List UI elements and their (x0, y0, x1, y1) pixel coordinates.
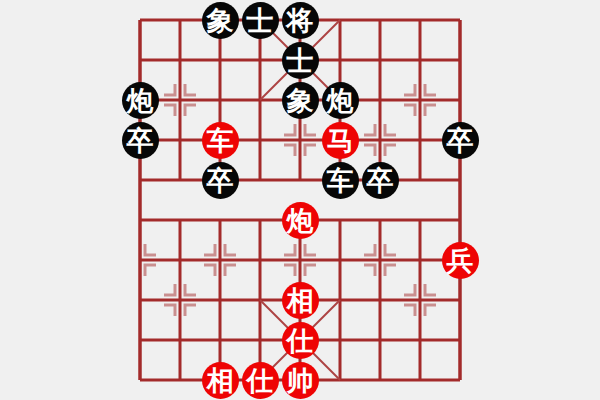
piece-red-general[interactable]: 帅 (282, 362, 319, 399)
piece-black-elephant[interactable]: 象 (282, 82, 319, 119)
piece-black-soldier[interactable]: 卒 (202, 162, 239, 199)
piece-red-elephant[interactable]: 相 (282, 282, 319, 319)
piece-red-soldier[interactable]: 兵 (442, 242, 479, 279)
piece-black-advisor[interactable]: 士 (282, 42, 319, 79)
piece-red-cannon[interactable]: 炮 (282, 202, 319, 239)
piece-black-soldier[interactable]: 卒 (442, 122, 479, 159)
board-intersections[interactable]: 象士将士炮象炮卒车马卒卒车卒炮兵相仕相仕帅 (120, 0, 480, 400)
piece-black-chariot[interactable]: 车 (322, 162, 359, 199)
piece-black-elephant[interactable]: 象 (202, 2, 239, 39)
piece-black-general[interactable]: 将 (282, 2, 319, 39)
xiangqi-board: 象士将士炮象炮卒车马卒卒车卒炮兵相仕相仕帅 (0, 0, 600, 400)
piece-black-soldier[interactable]: 卒 (122, 122, 159, 159)
piece-black-cannon[interactable]: 炮 (122, 82, 159, 119)
piece-black-cannon[interactable]: 炮 (322, 82, 359, 119)
piece-black-soldier[interactable]: 卒 (362, 162, 399, 199)
piece-red-advisor[interactable]: 仕 (242, 362, 279, 399)
piece-red-horse[interactable]: 马 (322, 122, 359, 159)
piece-red-advisor[interactable]: 仕 (282, 322, 319, 359)
piece-black-advisor[interactable]: 士 (242, 2, 279, 39)
piece-red-elephant[interactable]: 相 (202, 362, 239, 399)
piece-red-chariot[interactable]: 车 (202, 122, 239, 159)
